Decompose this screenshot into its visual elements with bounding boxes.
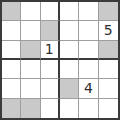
- cell-r4c2[interactable]: [21, 60, 40, 79]
- cell-r3c1[interactable]: [2, 41, 21, 60]
- sudoku-board: 514: [0, 0, 120, 120]
- cell-r1c4[interactable]: [60, 2, 79, 21]
- cell-r3c3[interactable]: 1: [41, 41, 60, 60]
- given-digit: 5: [104, 23, 113, 37]
- cell-r4c6[interactable]: [99, 60, 118, 79]
- cell-r5c6[interactable]: [99, 79, 118, 98]
- cell-r4c3[interactable]: [41, 60, 60, 79]
- cell-r6c6[interactable]: [99, 99, 118, 118]
- cell-r2c5[interactable]: [79, 21, 98, 40]
- cell-r2c3[interactable]: [41, 21, 60, 40]
- cell-r5c2[interactable]: [21, 79, 40, 98]
- cell-r2c4[interactable]: [60, 21, 79, 40]
- cell-r5c4[interactable]: [60, 79, 79, 98]
- cell-r1c2[interactable]: [21, 2, 40, 21]
- cell-r6c2[interactable]: [21, 99, 40, 118]
- cell-r2c1[interactable]: [2, 21, 21, 40]
- cell-r5c3[interactable]: [41, 79, 60, 98]
- cell-r1c1[interactable]: [2, 2, 21, 21]
- cell-r3c5[interactable]: [79, 41, 98, 60]
- cell-r1c5[interactable]: [79, 2, 98, 21]
- given-digit: 4: [84, 81, 93, 95]
- cell-r6c4[interactable]: [60, 99, 79, 118]
- cell-r6c3[interactable]: [41, 99, 60, 118]
- cell-r3c2[interactable]: [21, 41, 40, 60]
- cell-r2c6[interactable]: 5: [99, 21, 118, 40]
- cell-r4c4[interactable]: [60, 60, 79, 79]
- cell-r4c1[interactable]: [2, 60, 21, 79]
- cell-r1c6[interactable]: [99, 2, 118, 21]
- cell-r2c2[interactable]: [21, 21, 40, 40]
- cell-r5c1[interactable]: [2, 79, 21, 98]
- cell-r4c5[interactable]: [79, 60, 98, 79]
- cell-r6c5[interactable]: [79, 99, 98, 118]
- cell-r3c6[interactable]: [99, 41, 118, 60]
- cell-r5c5[interactable]: 4: [79, 79, 98, 98]
- cell-r1c3[interactable]: [41, 2, 60, 21]
- cell-r6c1[interactable]: [2, 99, 21, 118]
- given-digit: 1: [45, 42, 54, 56]
- cell-r3c4[interactable]: [60, 41, 79, 60]
